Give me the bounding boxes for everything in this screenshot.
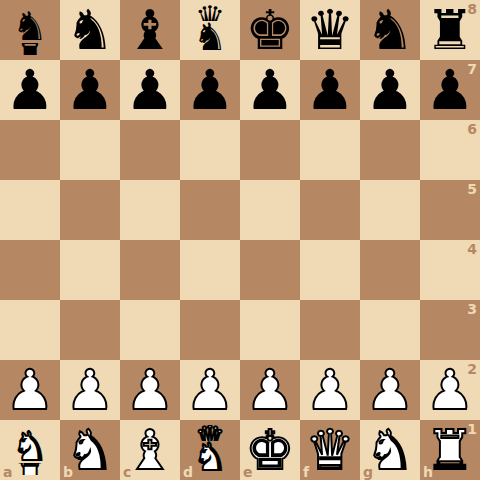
square-h1[interactable]: h1♜ (420, 420, 480, 480)
white-knight-glyph: ♞ (365, 420, 414, 480)
black-pawn-glyph: ♟ (185, 60, 234, 120)
rook-base-icon: ♜ (10, 463, 50, 475)
white-pawn[interactable]: ♟ (240, 360, 300, 420)
square-e5[interactable] (240, 180, 300, 240)
black-king-glyph: ♚ (245, 0, 294, 60)
square-d4[interactable] (180, 240, 240, 300)
square-a3[interactable] (0, 300, 60, 360)
square-b8[interactable]: ♞ (60, 0, 120, 60)
black-pawn-glyph: ♟ (125, 60, 174, 120)
white-pawn-glyph: ♟ (125, 360, 174, 420)
white-king[interactable]: ♚ (240, 420, 300, 480)
square-d8[interactable]: ♛♞ (180, 0, 240, 60)
square-a1[interactable]: a♞♜ (0, 420, 60, 480)
rank-label-6: 6 (467, 121, 477, 137)
black-knight[interactable]: ♞ (360, 0, 420, 60)
black-pawn-glyph: ♟ (305, 60, 354, 120)
black-pawn-glyph: ♟ (365, 60, 414, 120)
white-pawn[interactable]: ♟ (300, 360, 360, 420)
black-pawn[interactable]: ♟ (0, 60, 60, 120)
square-d5[interactable] (180, 180, 240, 240)
black-horse-glyph: ♞ (65, 0, 114, 60)
square-b6[interactable] (60, 120, 120, 180)
square-e2[interactable]: ♟ (240, 360, 300, 420)
white-bishop[interactable]: ♝ (120, 420, 180, 480)
black-queen[interactable]: ♛ (300, 0, 360, 60)
square-h7[interactable]: 7♟ (420, 60, 480, 120)
square-g3[interactable] (360, 300, 420, 360)
white-pawn-glyph: ♟ (65, 360, 114, 420)
square-g1[interactable]: g♞ (360, 420, 420, 480)
base-part: ♜ (14, 43, 46, 55)
square-g2[interactable]: ♟ (360, 360, 420, 420)
white-pawn-glyph: ♟ (365, 360, 414, 420)
white-pawn-glyph: ♟ (305, 360, 354, 420)
white-queen-glyph: ♛ (305, 420, 354, 480)
square-f7[interactable]: ♟ (300, 60, 360, 120)
base-part: ♜ (14, 463, 46, 475)
square-f2[interactable]: ♟ (300, 360, 360, 420)
square-b5[interactable] (60, 180, 120, 240)
black-pawn-glyph: ♟ (5, 60, 54, 120)
square-b7[interactable]: ♟ (60, 60, 120, 120)
white-bishop-glyph: ♝ (125, 420, 174, 480)
square-e7[interactable]: ♟ (240, 60, 300, 120)
black-pawn-glyph: ♟ (245, 60, 294, 120)
square-h3[interactable]: 3 (420, 300, 480, 360)
square-c2[interactable]: ♟ (120, 360, 180, 420)
square-f5[interactable] (300, 180, 360, 240)
square-f1[interactable]: f♛ (300, 420, 360, 480)
black-pawn[interactable]: ♟ (120, 60, 180, 120)
rank-label-4: 4 (467, 241, 477, 257)
square-c1[interactable]: c♝ (120, 420, 180, 480)
square-f6[interactable] (300, 120, 360, 180)
square-b4[interactable] (60, 240, 120, 300)
black-pawn[interactable]: ♟ (240, 60, 300, 120)
square-e3[interactable] (240, 300, 300, 360)
square-a5[interactable] (0, 180, 60, 240)
white-chancellor[interactable]: ♞♜ (0, 420, 60, 480)
white-queen[interactable]: ♛ (300, 420, 360, 480)
white-pawn-glyph: ♟ (5, 360, 54, 420)
black-pawn[interactable]: ♟ (300, 60, 360, 120)
white-pawn-glyph: ♟ (245, 360, 294, 420)
black-pawn[interactable]: ♟ (360, 60, 420, 120)
black-queen-glyph: ♛ (305, 0, 354, 60)
black-knight-glyph: ♞ (365, 0, 414, 60)
white-horse[interactable]: ♞ (60, 420, 120, 480)
white-pawn[interactable]: ♟ (180, 360, 240, 420)
square-a8[interactable]: ♞♜ (0, 0, 60, 60)
white-horse-glyph: ♞ (65, 420, 114, 480)
knight-head-icon: ♞ (12, 6, 48, 46)
rank-label-3: 3 (467, 301, 477, 317)
square-d1[interactable]: d♛♞ (180, 420, 240, 480)
black-king[interactable]: ♚ (240, 0, 300, 60)
square-b3[interactable] (60, 300, 120, 360)
square-e8[interactable]: ♚ (240, 0, 300, 60)
square-a2[interactable]: ♟ (0, 360, 60, 420)
square-c7[interactable]: ♟ (120, 60, 180, 120)
square-e6[interactable] (240, 120, 300, 180)
square-e4[interactable] (240, 240, 300, 300)
square-g8[interactable]: ♞ (360, 0, 420, 60)
white-pawn[interactable]: ♟ (0, 360, 60, 420)
white-rook[interactable]: ♜ (420, 420, 480, 480)
square-f8[interactable]: ♛ (300, 0, 360, 60)
chess-board: ♞♜♞♝♛♞♚♛♞8♜♟♟♟♟♟♟♟7♟6543♟♟♟♟♟♟♟2♟a♞♜b♞c♝… (0, 0, 480, 480)
square-g5[interactable] (360, 180, 420, 240)
square-c3[interactable] (120, 300, 180, 360)
white-pawn[interactable]: ♟ (360, 360, 420, 420)
white-pawn[interactable]: ♟ (60, 360, 120, 420)
black-bishop[interactable]: ♝ (120, 0, 180, 60)
square-d7[interactable]: ♟ (180, 60, 240, 120)
square-c5[interactable] (120, 180, 180, 240)
black-pawn-glyph: ♟ (425, 60, 474, 120)
square-h8[interactable]: 8♜ (420, 0, 480, 60)
black-pawn-glyph: ♟ (65, 60, 114, 120)
rank-label-5: 5 (467, 181, 477, 197)
black-pawn[interactable]: ♟ (180, 60, 240, 120)
black-rook-glyph: ♜ (425, 0, 474, 60)
white-knight[interactable]: ♞ (360, 420, 420, 480)
black-chancellor[interactable]: ♞♜ (0, 0, 60, 60)
square-e1[interactable]: e♚ (240, 420, 300, 480)
black-bishop-glyph: ♝ (125, 0, 174, 60)
square-b2[interactable]: ♟ (60, 360, 120, 420)
white-king-glyph: ♚ (245, 420, 294, 480)
square-g7[interactable]: ♟ (360, 60, 420, 120)
square-f4[interactable] (300, 240, 360, 300)
square-a6[interactable] (0, 120, 60, 180)
square-b1[interactable]: b♞ (60, 420, 120, 480)
square-c8[interactable]: ♝ (120, 0, 180, 60)
black-amazon[interactable]: ♛♞ (180, 0, 240, 60)
square-h6[interactable]: 6 (420, 120, 480, 180)
square-c4[interactable] (120, 240, 180, 300)
white-pawn[interactable]: ♟ (120, 360, 180, 420)
square-a7[interactable]: ♟ (0, 60, 60, 120)
square-d6[interactable] (180, 120, 240, 180)
knight-head-icon: ♞ (193, 438, 227, 476)
black-pawn[interactable]: ♟ (420, 60, 480, 120)
square-h5[interactable]: 5 (420, 180, 480, 240)
square-g6[interactable] (360, 120, 420, 180)
black-horse[interactable]: ♞ (60, 0, 120, 60)
white-amazon[interactable]: ♛♞ (180, 420, 240, 480)
white-pawn-glyph: ♟ (185, 360, 234, 420)
square-g4[interactable] (360, 240, 420, 300)
black-pawn[interactable]: ♟ (60, 60, 120, 120)
square-d3[interactable] (180, 300, 240, 360)
white-pawn[interactable]: ♟ (420, 360, 480, 420)
square-h4[interactable]: 4 (420, 240, 480, 300)
rook-base-icon: ♜ (10, 43, 50, 55)
square-d2[interactable]: ♟ (180, 360, 240, 420)
knight-head-icon: ♞ (12, 426, 48, 466)
square-h2[interactable]: 2♟ (420, 360, 480, 420)
square-c6[interactable] (120, 120, 180, 180)
square-a4[interactable] (0, 240, 60, 300)
white-rook-glyph: ♜ (425, 420, 474, 480)
square-f3[interactable] (300, 300, 360, 360)
white-pawn-glyph: ♟ (425, 360, 474, 420)
knight-head-icon: ♞ (193, 18, 227, 56)
black-rook[interactable]: ♜ (420, 0, 480, 60)
